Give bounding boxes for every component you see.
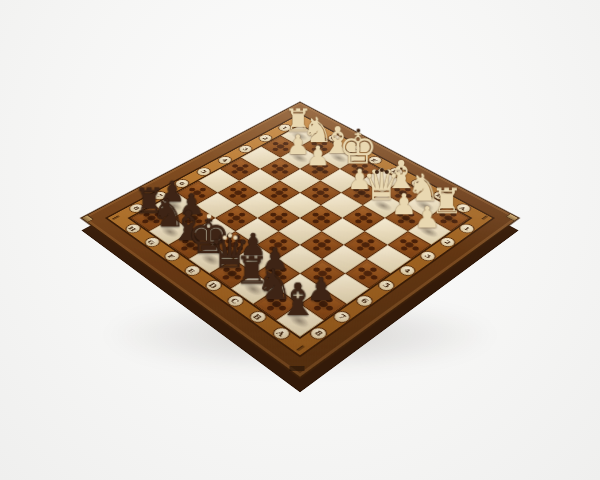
- hinge-icon: [507, 214, 518, 220]
- finial-accent-icon: [380, 168, 384, 172]
- product-photo-scene: ♜♞♝♚♝♞♜♟♟♟♛♟♟♟♟♟♟♟♜♞♝♚♛♜♞♝ HGFEDCBAHGFED…: [0, 0, 600, 480]
- rank-label-right-7: 7: [332, 310, 353, 324]
- finial-accent-icon: [228, 233, 232, 237]
- finial-accent-icon: [207, 214, 211, 218]
- file-label-bottom-B: B: [247, 310, 268, 324]
- corner-mark: ∥: [108, 213, 122, 222]
- brand-stamp: [289, 366, 304, 371]
- hinge-icon: [82, 215, 92, 222]
- piece-black-bishop[interactable]: ♝: [278, 277, 318, 322]
- corner-mark: ∥: [477, 213, 491, 222]
- file-label-bottom-G: G: [143, 236, 162, 248]
- corner-mark: ∥: [292, 342, 308, 354]
- piece-white-pawn[interactable]: ♟: [414, 203, 440, 232]
- file-label-bottom-H: H: [124, 223, 143, 235]
- piece-white-pawn[interactable]: ♟: [306, 143, 331, 170]
- finial-accent-icon: [356, 128, 360, 132]
